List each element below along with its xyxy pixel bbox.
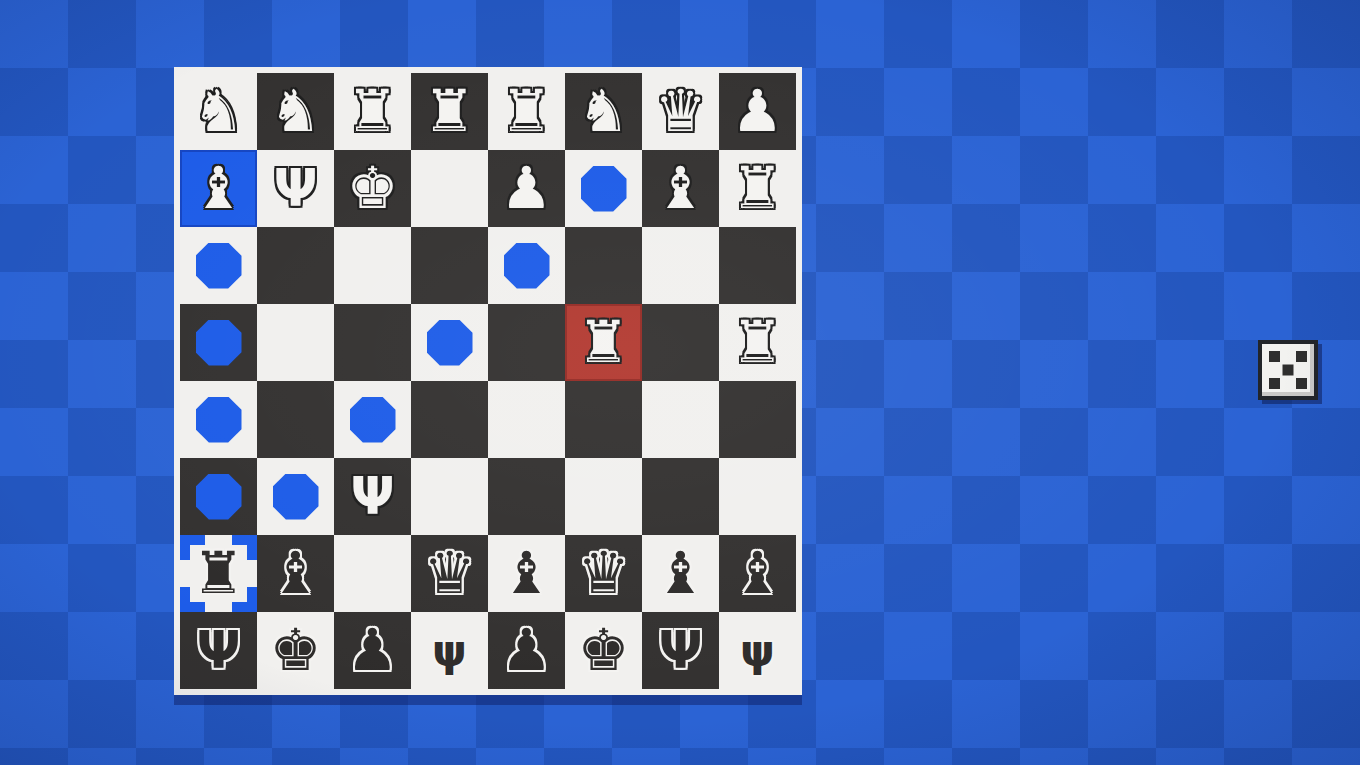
square-r8c4[interactable]: ψ — [411, 612, 488, 689]
square-r5c2[interactable] — [257, 381, 334, 458]
piece-white-queen[interactable]: ♛ — [655, 73, 707, 150]
square-r5c6[interactable] — [565, 381, 642, 458]
legal-move-dot[interactable] — [504, 243, 550, 289]
square-r5c4[interactable] — [411, 381, 488, 458]
square-r5c7[interactable] — [642, 381, 719, 458]
square-r7c3[interactable] — [334, 535, 411, 612]
square-r1c1[interactable]: ♞ — [180, 73, 257, 150]
piece-black-bishop[interactable]: ♝ — [501, 535, 553, 612]
square-r4c7[interactable] — [642, 304, 719, 381]
die-pip — [1296, 351, 1307, 362]
piece-white-rook[interactable]: ♜ — [501, 73, 553, 150]
square-r1c8[interactable]: ♟ — [719, 73, 796, 150]
piece-black-small-alien[interactable]: ψ — [432, 612, 467, 689]
piece-black-king[interactable]: ♚ — [270, 612, 322, 689]
piece-white-knight[interactable]: ♞ — [578, 73, 630, 150]
square-r1c6[interactable]: ♞ — [565, 73, 642, 150]
piece-black-king[interactable]: ♚ — [578, 612, 630, 689]
piece-white-knight[interactable]: ♞ — [270, 73, 322, 150]
square-r1c5[interactable]: ♜ — [488, 73, 565, 150]
legal-move-dot[interactable] — [581, 166, 627, 212]
piece-white-bishop[interactable]: ♝ — [655, 150, 707, 227]
square-r3c3[interactable] — [334, 227, 411, 304]
square-r8c5[interactable]: ♟ — [488, 612, 565, 689]
square-r3c4[interactable] — [411, 227, 488, 304]
square-r2c4[interactable] — [411, 150, 488, 227]
legal-move-dot[interactable] — [196, 320, 242, 366]
piece-black-bishop[interactable]: ♝ — [655, 535, 707, 612]
square-r4c5[interactable] — [488, 304, 565, 381]
square-r6c4[interactable] — [411, 458, 488, 535]
square-r3c2[interactable] — [257, 227, 334, 304]
square-r3c6[interactable] — [565, 227, 642, 304]
die-pip — [1296, 378, 1307, 389]
square-r7c1[interactable]: ♜ — [180, 535, 257, 612]
square-r7c4[interactable]: ♛ — [411, 535, 488, 612]
square-r1c7[interactable]: ♛ — [642, 73, 719, 150]
square-r6c1[interactable] — [180, 458, 257, 535]
square-r6c8[interactable] — [719, 458, 796, 535]
piece-black-pawn[interactable]: ♟ — [501, 612, 553, 689]
selection-bracket-bl — [180, 587, 205, 612]
piece-white-rook[interactable]: ♜ — [732, 304, 784, 381]
square-r1c2[interactable]: ♞ — [257, 73, 334, 150]
square-r6c5[interactable] — [488, 458, 565, 535]
die-pip — [1269, 378, 1280, 389]
square-r5c3[interactable] — [334, 381, 411, 458]
square-r7c2[interactable]: ♝ — [257, 535, 334, 612]
square-r4c6[interactable]: ♜ — [565, 304, 642, 381]
piece-white-pawn[interactable]: ♟ — [501, 150, 553, 227]
square-r6c2[interactable] — [257, 458, 334, 535]
piece-white-knight[interactable]: ♞ — [193, 73, 245, 150]
square-r4c3[interactable] — [334, 304, 411, 381]
piece-white-tall-alien[interactable]: Ψ — [350, 458, 394, 535]
piece-black-pawn[interactable]: ♟ — [347, 612, 399, 689]
square-r5c1[interactable] — [180, 381, 257, 458]
square-r8c2[interactable]: ♚ — [257, 612, 334, 689]
square-r2c2[interactable]: Ψ — [257, 150, 334, 227]
square-r7c8[interactable]: ♝ — [719, 535, 796, 612]
square-r3c1[interactable] — [180, 227, 257, 304]
piece-white-pawn[interactable]: ♟ — [732, 73, 784, 150]
piece-black-bishop[interactable]: ♝ — [270, 535, 322, 612]
square-r4c8[interactable]: ♜ — [719, 304, 796, 381]
selection-bracket-br — [232, 587, 257, 612]
legal-move-dot[interactable] — [273, 474, 319, 520]
square-r3c7[interactable] — [642, 227, 719, 304]
piece-black-small-alien[interactable]: ψ — [740, 612, 775, 689]
chess-board: ♞♞♜♜♜♞♛♟♝Ψ♚♟♝♜♜♜Ψ♜♝♛♝♛♝♝Ψ♚♟ψ♟♚Ψψ — [174, 67, 802, 695]
legal-move-dot[interactable] — [196, 397, 242, 443]
square-r6c3[interactable]: Ψ — [334, 458, 411, 535]
square-r2c5[interactable]: ♟ — [488, 150, 565, 227]
square-r3c8[interactable] — [719, 227, 796, 304]
die-pip — [1283, 365, 1294, 376]
square-r6c7[interactable] — [642, 458, 719, 535]
square-r6c6[interactable] — [565, 458, 642, 535]
piece-black-queen[interactable]: ♛ — [424, 535, 476, 612]
die-pip — [1269, 351, 1280, 362]
square-r8c8[interactable]: ψ — [719, 612, 796, 689]
square-r1c4[interactable]: ♜ — [411, 73, 488, 150]
square-r4c4[interactable] — [411, 304, 488, 381]
square-r2c7[interactable]: ♝ — [642, 150, 719, 227]
square-r4c2[interactable] — [257, 304, 334, 381]
square-r2c6[interactable] — [565, 150, 642, 227]
piece-white-rook[interactable]: ♜ — [347, 73, 399, 150]
piece-black-queen[interactable]: ♛ — [578, 535, 630, 612]
piece-white-king[interactable]: ♚ — [347, 150, 399, 227]
legal-move-dot[interactable] — [196, 474, 242, 520]
legal-move-dot[interactable] — [350, 397, 396, 443]
square-r7c5[interactable]: ♝ — [488, 535, 565, 612]
square-r2c1[interactable]: ♝ — [180, 150, 257, 227]
square-r7c6[interactable]: ♛ — [565, 535, 642, 612]
square-r8c1[interactable]: Ψ — [180, 612, 257, 689]
piece-white-bishop[interactable]: ♝ — [193, 150, 245, 227]
piece-white-rook[interactable]: ♜ — [578, 304, 630, 381]
square-r8c6[interactable]: ♚ — [565, 612, 642, 689]
piece-black-tall-alien[interactable]: Ψ — [658, 612, 702, 689]
square-r8c3[interactable]: ♟ — [334, 612, 411, 689]
square-r2c8[interactable]: ♜ — [719, 150, 796, 227]
piece-white-rook[interactable]: ♜ — [732, 150, 784, 227]
square-r5c8[interactable] — [719, 381, 796, 458]
piece-white-tall-alien[interactable]: Ψ — [273, 150, 317, 227]
selection-bracket-tr — [232, 535, 257, 560]
dice-button[interactable] — [1258, 340, 1318, 400]
square-r5c5[interactable] — [488, 381, 565, 458]
piece-black-bishop[interactable]: ♝ — [732, 535, 784, 612]
legal-move-dot[interactable] — [196, 243, 242, 289]
square-r4c1[interactable] — [180, 304, 257, 381]
square-r2c3[interactable]: ♚ — [334, 150, 411, 227]
piece-black-tall-alien[interactable]: Ψ — [196, 612, 240, 689]
square-r8c7[interactable]: Ψ — [642, 612, 719, 689]
square-r3c5[interactable] — [488, 227, 565, 304]
legal-move-dot[interactable] — [427, 320, 473, 366]
square-r1c3[interactable]: ♜ — [334, 73, 411, 150]
square-r7c7[interactable]: ♝ — [642, 535, 719, 612]
piece-white-rook[interactable]: ♜ — [424, 73, 476, 150]
selection-bracket-tl — [180, 535, 205, 560]
